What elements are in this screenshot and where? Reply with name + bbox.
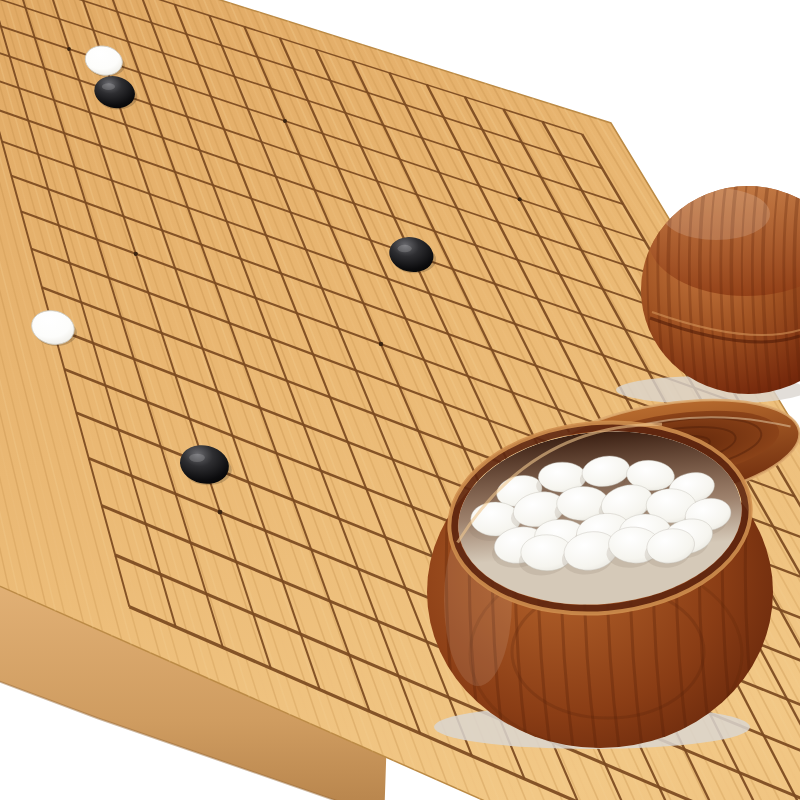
scene-layers: [0, 0, 800, 800]
go-set-photo: [0, 0, 800, 800]
go-scene-svg: [0, 0, 800, 800]
